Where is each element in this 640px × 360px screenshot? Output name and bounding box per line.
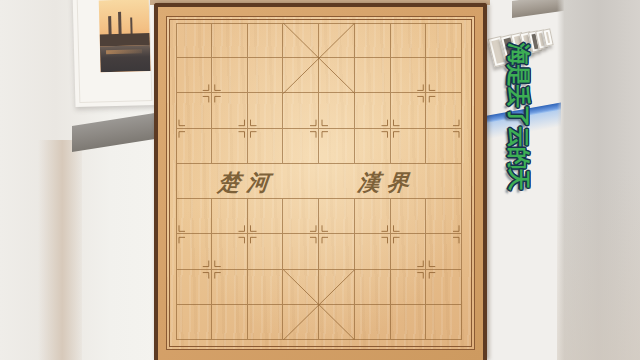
board-cell-0-5[interactable] (176, 199, 212, 234)
framed-painting (73, 0, 157, 107)
board-cell-0-2[interactable] (176, 93, 212, 128)
board-cell-0-3[interactable] (176, 129, 212, 164)
board-cell-2-7[interactable] (248, 270, 284, 305)
caption-char-2: 是 (508, 64, 529, 87)
board-cell-5-5[interactable] (355, 199, 391, 234)
board-cell-5-6[interactable] (355, 234, 391, 269)
board-cell-1-6[interactable] (212, 234, 248, 269)
board-cell-2-5[interactable] (248, 199, 284, 234)
board-inner-border: 楚河 漢界 (169, 19, 472, 347)
gallery-left-wall (0, 0, 158, 360)
board-cell-1-3[interactable] (212, 129, 248, 164)
board-cell-1-8[interactable] (212, 305, 248, 340)
chimney-silhouette (118, 12, 122, 36)
vertical-caption: 海是丢了云的天 (501, 44, 535, 190)
board-cell-7-6[interactable] (426, 234, 462, 269)
painting-image (99, 0, 151, 72)
board-cell-5-7[interactable] (355, 270, 391, 305)
xiangqi-board[interactable]: 楚河 漢界 (154, 3, 487, 360)
board-cell-3-1[interactable] (283, 58, 319, 93)
board-cell-1-5[interactable] (212, 199, 248, 234)
board-cell-6-2[interactable] (391, 93, 427, 128)
board-cell-2-3[interactable] (248, 129, 284, 164)
board-cell-5-1[interactable] (355, 58, 391, 93)
board-cell-4-3[interactable] (319, 129, 355, 164)
caption-char-5: 云 (508, 126, 529, 149)
board-cell-4-2[interactable] (319, 93, 355, 128)
board-cell-6-7[interactable] (391, 270, 427, 305)
board-cell-6-6[interactable] (391, 234, 427, 269)
board-cell-6-5[interactable] (391, 199, 427, 234)
board-cell-7-2[interactable] (426, 93, 462, 128)
river-label-han-border: 漢界 (338, 166, 436, 202)
board-cell-0-6[interactable] (176, 234, 212, 269)
board-cell-4-7[interactable] (319, 270, 355, 305)
board-cell-6-3[interactable] (391, 129, 427, 164)
board-cell-7-1[interactable] (426, 58, 462, 93)
board-field: 楚河 漢界 (166, 16, 475, 350)
board-cell-0-8[interactable] (176, 305, 212, 340)
board-cell-3-0[interactable] (283, 23, 319, 58)
caption-char-1: 海 (508, 43, 529, 66)
hallway-picture-image (546, 32, 550, 43)
river-label-chu-river: 楚河 (198, 166, 296, 202)
board-cell-3-8[interactable] (283, 305, 319, 340)
board-cell-6-1[interactable] (391, 58, 427, 93)
screenshot-root: 楚河 漢界 海是丢了云的天 (0, 0, 640, 360)
wall-baseboard (72, 112, 158, 152)
board-cell-7-3[interactable] (426, 129, 462, 164)
board-cell-6-8[interactable] (391, 305, 427, 340)
board-grid-area: 楚河 漢界 (176, 23, 462, 340)
board-cell-1-1[interactable] (212, 58, 248, 93)
board-cell-2-1[interactable] (248, 58, 284, 93)
board-cell-1-7[interactable] (212, 270, 248, 305)
board-cell-5-0[interactable] (355, 23, 391, 58)
caption-char-4: 了 (508, 105, 529, 128)
board-cell-2-2[interactable] (248, 93, 284, 128)
board-cell-7-5[interactable] (426, 199, 462, 234)
board-cell-0-0[interactable] (176, 23, 212, 58)
board-cell-7-0[interactable] (426, 23, 462, 58)
board-cell-3-2[interactable] (283, 93, 319, 128)
board-cell-5-2[interactable] (355, 93, 391, 128)
wall-shadow-strip (38, 140, 82, 360)
board-cell-7-7[interactable] (426, 270, 462, 305)
board-cell-2-6[interactable] (248, 234, 284, 269)
board-cell-2-0[interactable] (248, 23, 284, 58)
board-cell-4-8[interactable] (319, 305, 355, 340)
caption-char-6: 的 (508, 147, 529, 170)
board-cell-7-8[interactable] (426, 305, 462, 340)
board-cell-3-7[interactable] (283, 270, 319, 305)
board-cell-3-3[interactable] (283, 129, 319, 164)
board-cell-5-3[interactable] (355, 129, 391, 164)
board-cell-4-0[interactable] (319, 23, 355, 58)
board-cell-1-2[interactable] (212, 93, 248, 128)
board-cell-0-1[interactable] (176, 58, 212, 93)
board-cell-4-1[interactable] (319, 58, 355, 93)
board-cell-4-6[interactable] (319, 234, 355, 269)
board-cell-3-6[interactable] (283, 234, 319, 269)
board-cell-3-5[interactable] (283, 199, 319, 234)
board-cell-5-8[interactable] (355, 305, 391, 340)
board-cell-4-5[interactable] (319, 199, 355, 234)
board-cell-2-8[interactable] (248, 305, 284, 340)
board-cell-0-7[interactable] (176, 270, 212, 305)
board-cell-6-0[interactable] (391, 23, 427, 58)
pillar-warm-shade (557, 170, 640, 360)
board-cell-1-0[interactable] (212, 23, 248, 58)
caption-char-7: 天 (508, 168, 529, 191)
